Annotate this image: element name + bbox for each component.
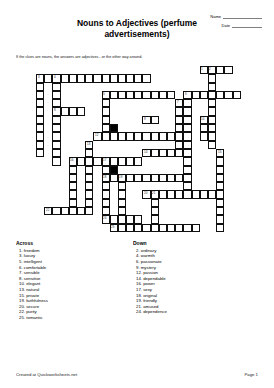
grid-cell: 5 bbox=[102, 91, 110, 99]
grid-cell bbox=[36, 124, 44, 132]
grid-cell bbox=[69, 174, 77, 182]
grid-cell bbox=[167, 224, 175, 232]
grid-cell: 19 bbox=[118, 174, 126, 182]
grid-cell bbox=[200, 132, 208, 140]
grid-cell bbox=[134, 91, 142, 99]
grid-cell bbox=[110, 157, 118, 165]
grid-cell bbox=[52, 99, 60, 107]
grid-cell bbox=[52, 91, 60, 99]
grid-cell bbox=[216, 157, 224, 165]
grid-cell bbox=[93, 74, 101, 82]
grid-cell bbox=[52, 116, 60, 124]
grid-cell bbox=[36, 132, 44, 140]
grid-cell bbox=[183, 107, 191, 115]
grid-cell bbox=[216, 199, 224, 207]
clue-number: 2 bbox=[209, 67, 211, 70]
grid-cell bbox=[151, 116, 159, 124]
grid-cell bbox=[216, 190, 224, 198]
grid-cell bbox=[118, 215, 126, 223]
date-blank-line bbox=[232, 24, 262, 29]
grid-cell bbox=[102, 132, 110, 140]
grid-cell bbox=[151, 174, 159, 182]
grid-cell bbox=[69, 166, 77, 174]
grid-cell bbox=[118, 182, 126, 190]
clue-number: 10 bbox=[201, 117, 204, 120]
grid-cell bbox=[134, 74, 142, 82]
grid-cell: 8 bbox=[52, 107, 60, 115]
clue-number: 24 bbox=[103, 216, 106, 219]
grid-cell bbox=[52, 83, 60, 91]
grid-cell bbox=[208, 74, 216, 82]
grid-cell bbox=[52, 207, 60, 215]
clue-number: 16 bbox=[70, 158, 73, 161]
grid-cell bbox=[118, 157, 126, 165]
grid-cell bbox=[77, 74, 85, 82]
grid-cell bbox=[233, 91, 241, 99]
grid-cell bbox=[69, 190, 77, 198]
footer-page-number: Page 1 bbox=[170, 372, 258, 377]
clue-number: 6 bbox=[185, 92, 187, 95]
page-title: Nouns to Adjectives (perfume advertiseme… bbox=[69, 18, 205, 40]
grid-cell bbox=[216, 166, 224, 174]
grid-cell bbox=[151, 215, 159, 223]
grid-cell bbox=[175, 116, 183, 124]
clue-number: 21 bbox=[152, 191, 155, 194]
grid-cell bbox=[126, 157, 134, 165]
grid-cell bbox=[85, 207, 93, 215]
grid-cell bbox=[36, 91, 44, 99]
clue-number: 15 bbox=[218, 150, 221, 153]
clue-number: 5 bbox=[103, 92, 105, 95]
grid-cell bbox=[208, 141, 216, 149]
clue-item: 25. romantic bbox=[16, 315, 121, 321]
grid-cell: 20 bbox=[142, 190, 150, 198]
grid-cell: 17 bbox=[102, 157, 110, 165]
grid-cell bbox=[36, 116, 44, 124]
across-clue-list: 1. freedom3. luxury5. intelligent6. comf… bbox=[16, 248, 121, 321]
grid-cell bbox=[167, 149, 175, 157]
grid-cell: 2 bbox=[208, 66, 216, 74]
grid-cell bbox=[102, 207, 110, 215]
grid-cell bbox=[142, 74, 150, 82]
grid-cell bbox=[183, 132, 191, 140]
grid-cell bbox=[151, 132, 159, 140]
grid-cell bbox=[208, 83, 216, 91]
grid-cell bbox=[134, 132, 142, 140]
grid-cell bbox=[85, 149, 93, 157]
clue-number: 17 bbox=[103, 158, 106, 161]
grid-cell: 7 bbox=[175, 99, 183, 107]
grid-cell bbox=[36, 149, 44, 157]
grid-block-cell bbox=[110, 166, 118, 174]
grid-cell bbox=[36, 99, 44, 107]
grid-cell: 3 bbox=[36, 74, 44, 82]
grid-cell bbox=[216, 182, 224, 190]
grid-cell bbox=[126, 174, 134, 182]
grid-cell bbox=[142, 224, 150, 232]
grid-cell bbox=[69, 182, 77, 190]
grid-cell bbox=[102, 74, 110, 82]
grid-cell bbox=[208, 190, 216, 198]
grid-cell bbox=[192, 91, 200, 99]
clue-number: 19 bbox=[119, 175, 122, 178]
grid-cell bbox=[61, 74, 69, 82]
grid-cell bbox=[126, 215, 134, 223]
grid-cell bbox=[159, 132, 167, 140]
grid-cell bbox=[175, 132, 183, 140]
grid-cell bbox=[151, 199, 159, 207]
clue-number: 8 bbox=[54, 108, 56, 111]
grid-cell bbox=[183, 166, 191, 174]
grid-cell bbox=[36, 83, 44, 91]
grid-cell bbox=[118, 91, 126, 99]
grid-cell bbox=[85, 190, 93, 198]
grid-cell bbox=[110, 74, 118, 82]
grid-cell: 9 bbox=[142, 116, 150, 124]
grid-cell bbox=[85, 174, 93, 182]
grid-cell bbox=[69, 207, 77, 215]
grid-cell: 1 bbox=[200, 66, 208, 74]
grid-cell bbox=[183, 99, 191, 107]
grid-cell bbox=[118, 207, 126, 215]
grid-cell bbox=[118, 132, 126, 140]
grid-cell bbox=[85, 74, 93, 82]
grid-cell bbox=[159, 224, 167, 232]
grid-cell bbox=[134, 174, 142, 182]
grid-cell bbox=[216, 224, 224, 232]
grid-cell bbox=[175, 141, 183, 149]
clue-number: 14 bbox=[144, 150, 147, 153]
grid-cell bbox=[102, 166, 110, 174]
clue-item: 24. dependence bbox=[133, 309, 238, 315]
grid-cell: 15 bbox=[216, 149, 224, 157]
grid-cell bbox=[102, 116, 110, 124]
grid-cell bbox=[102, 190, 110, 198]
grid-cell bbox=[167, 132, 175, 140]
grid-cell bbox=[36, 107, 44, 115]
grid-cell bbox=[208, 132, 216, 140]
grid-cell bbox=[175, 174, 183, 182]
clue-number: 9 bbox=[144, 117, 146, 120]
grid-cell bbox=[159, 149, 167, 157]
grid-cell bbox=[159, 91, 167, 99]
grid-cell bbox=[200, 91, 208, 99]
grid-cell bbox=[159, 190, 167, 198]
grid-cell bbox=[77, 157, 85, 165]
grid-cell bbox=[183, 141, 191, 149]
grid-cell bbox=[159, 174, 167, 182]
clue-number: 4 bbox=[54, 75, 56, 78]
grid-cell bbox=[208, 91, 216, 99]
grid-cell bbox=[208, 124, 216, 132]
down-header: Down bbox=[133, 240, 238, 246]
clue-number: 13 bbox=[87, 142, 90, 145]
grid-cell bbox=[102, 199, 110, 207]
grid-cell bbox=[52, 149, 60, 157]
grid-cell bbox=[175, 224, 183, 232]
grid-cell bbox=[175, 124, 183, 132]
grid-cell bbox=[102, 182, 110, 190]
clue-number: 1 bbox=[201, 67, 203, 70]
down-clue-list: 2. ordinary4. warmth6. passionate9. myst… bbox=[133, 248, 238, 315]
across-header: Across bbox=[16, 240, 121, 246]
clue-number: 18 bbox=[103, 175, 106, 178]
grid-cell bbox=[102, 107, 110, 115]
crossword-grid: 1234567891012131415161718192021222425 bbox=[36, 66, 241, 232]
grid-cell bbox=[134, 215, 142, 223]
grid-cell bbox=[183, 224, 191, 232]
grid-cell bbox=[118, 190, 126, 198]
grid-cell bbox=[44, 74, 52, 82]
across-clues: Across 1. freedom3. luxury5. intelligent… bbox=[16, 240, 121, 320]
grid-cell bbox=[167, 190, 175, 198]
grid-cell bbox=[102, 99, 110, 107]
grid-cell bbox=[175, 107, 183, 115]
grid-cell bbox=[36, 141, 44, 149]
grid-cell bbox=[126, 91, 134, 99]
grid-cell bbox=[110, 174, 118, 182]
grid-cell bbox=[216, 91, 224, 99]
grid-cell bbox=[118, 199, 126, 207]
grid-cell: 22 bbox=[44, 207, 52, 215]
grid-cell bbox=[52, 141, 60, 149]
grid-cell bbox=[52, 132, 60, 140]
grid-cell: 21 bbox=[151, 190, 159, 198]
grid-cell bbox=[183, 190, 191, 198]
clue-number: 7 bbox=[177, 100, 179, 103]
grid-cell bbox=[208, 99, 216, 107]
grid-cell: 12 bbox=[93, 132, 101, 140]
grid-cell bbox=[183, 182, 191, 190]
grid-cell bbox=[126, 132, 134, 140]
grid-cell bbox=[126, 224, 134, 232]
footer-credit: Created at Quickworksheets.net bbox=[16, 372, 166, 377]
grid-cell bbox=[102, 124, 110, 132]
grid-cell: 18 bbox=[102, 174, 110, 182]
grid-cell bbox=[110, 91, 118, 99]
grid-cell bbox=[208, 107, 216, 115]
grid-cell bbox=[118, 224, 126, 232]
grid-cell bbox=[93, 157, 101, 165]
grid-cell bbox=[142, 174, 150, 182]
down-clues: Down 2. ordinary4. warmth6. passionate9.… bbox=[133, 240, 238, 315]
clue-number: 20 bbox=[144, 191, 147, 194]
clue-number: 3 bbox=[38, 75, 40, 78]
grid-cell bbox=[183, 149, 191, 157]
grid-cell bbox=[200, 190, 208, 198]
grid-cell bbox=[175, 149, 183, 157]
grid-cell bbox=[183, 124, 191, 132]
date-label: Date bbox=[222, 24, 230, 29]
grid-cell bbox=[183, 174, 191, 182]
grid-cell: 6 bbox=[183, 91, 191, 99]
grid-cell bbox=[85, 199, 93, 207]
grid-cell: 25 bbox=[110, 224, 118, 232]
grid-cell bbox=[61, 207, 69, 215]
grid-cell bbox=[110, 215, 118, 223]
grid-cell bbox=[151, 149, 159, 157]
grid-cell bbox=[77, 107, 85, 115]
grid-cell: 4 bbox=[52, 74, 60, 82]
grid-cell: 14 bbox=[142, 149, 150, 157]
name-label: Name bbox=[210, 14, 221, 19]
grid-cell bbox=[126, 74, 134, 82]
grid-cell bbox=[85, 182, 93, 190]
name-date-block: Name Date bbox=[196, 14, 262, 33]
grid-cell bbox=[69, 199, 77, 207]
grid-cell bbox=[224, 66, 232, 74]
grid-cell bbox=[134, 224, 142, 232]
grid-cell bbox=[151, 207, 159, 215]
grid-cell bbox=[85, 166, 93, 174]
grid-cell bbox=[85, 157, 93, 165]
grid-cell bbox=[52, 157, 60, 165]
grid-cell bbox=[216, 66, 224, 74]
grid-cell bbox=[151, 91, 159, 99]
grid-cell bbox=[167, 174, 175, 182]
grid-cell bbox=[192, 190, 200, 198]
grid-cell: 13 bbox=[85, 141, 93, 149]
grid-cell bbox=[52, 124, 60, 132]
grid-cell bbox=[151, 224, 159, 232]
grid-cell: 10 bbox=[200, 116, 208, 124]
grid-cell bbox=[183, 116, 191, 124]
grid-cell bbox=[183, 157, 191, 165]
grid-cell bbox=[192, 224, 200, 232]
grid-cell bbox=[175, 190, 183, 198]
grid-cell bbox=[69, 74, 77, 82]
grid-cell bbox=[118, 74, 126, 82]
grid-cell bbox=[77, 207, 85, 215]
grid-cell bbox=[142, 91, 150, 99]
clue-number: 12 bbox=[95, 133, 98, 136]
grid-cell bbox=[167, 91, 175, 99]
grid-cell: 24 bbox=[102, 215, 110, 223]
grid-cell bbox=[110, 132, 118, 140]
grid-cell bbox=[69, 107, 77, 115]
worksheet-page: { "page": { "title": "Nouns to Adjective… bbox=[0, 0, 274, 388]
grid-cell bbox=[134, 157, 142, 165]
grid-cell bbox=[224, 91, 232, 99]
grid-cell bbox=[200, 124, 208, 132]
clue-number: 25 bbox=[111, 225, 114, 228]
grid-cell bbox=[61, 107, 69, 115]
grid-cell bbox=[216, 215, 224, 223]
grid-cell bbox=[216, 174, 224, 182]
grid-cell bbox=[216, 207, 224, 215]
name-blank-line bbox=[223, 14, 262, 19]
grid-cell bbox=[142, 132, 150, 140]
instruction-text: If the clues are nouns, the answers are … bbox=[16, 54, 226, 59]
grid-cell bbox=[208, 116, 216, 124]
grid-block-cell bbox=[110, 124, 118, 132]
clue-number: 22 bbox=[46, 208, 49, 211]
grid-cell: 16 bbox=[69, 157, 77, 165]
